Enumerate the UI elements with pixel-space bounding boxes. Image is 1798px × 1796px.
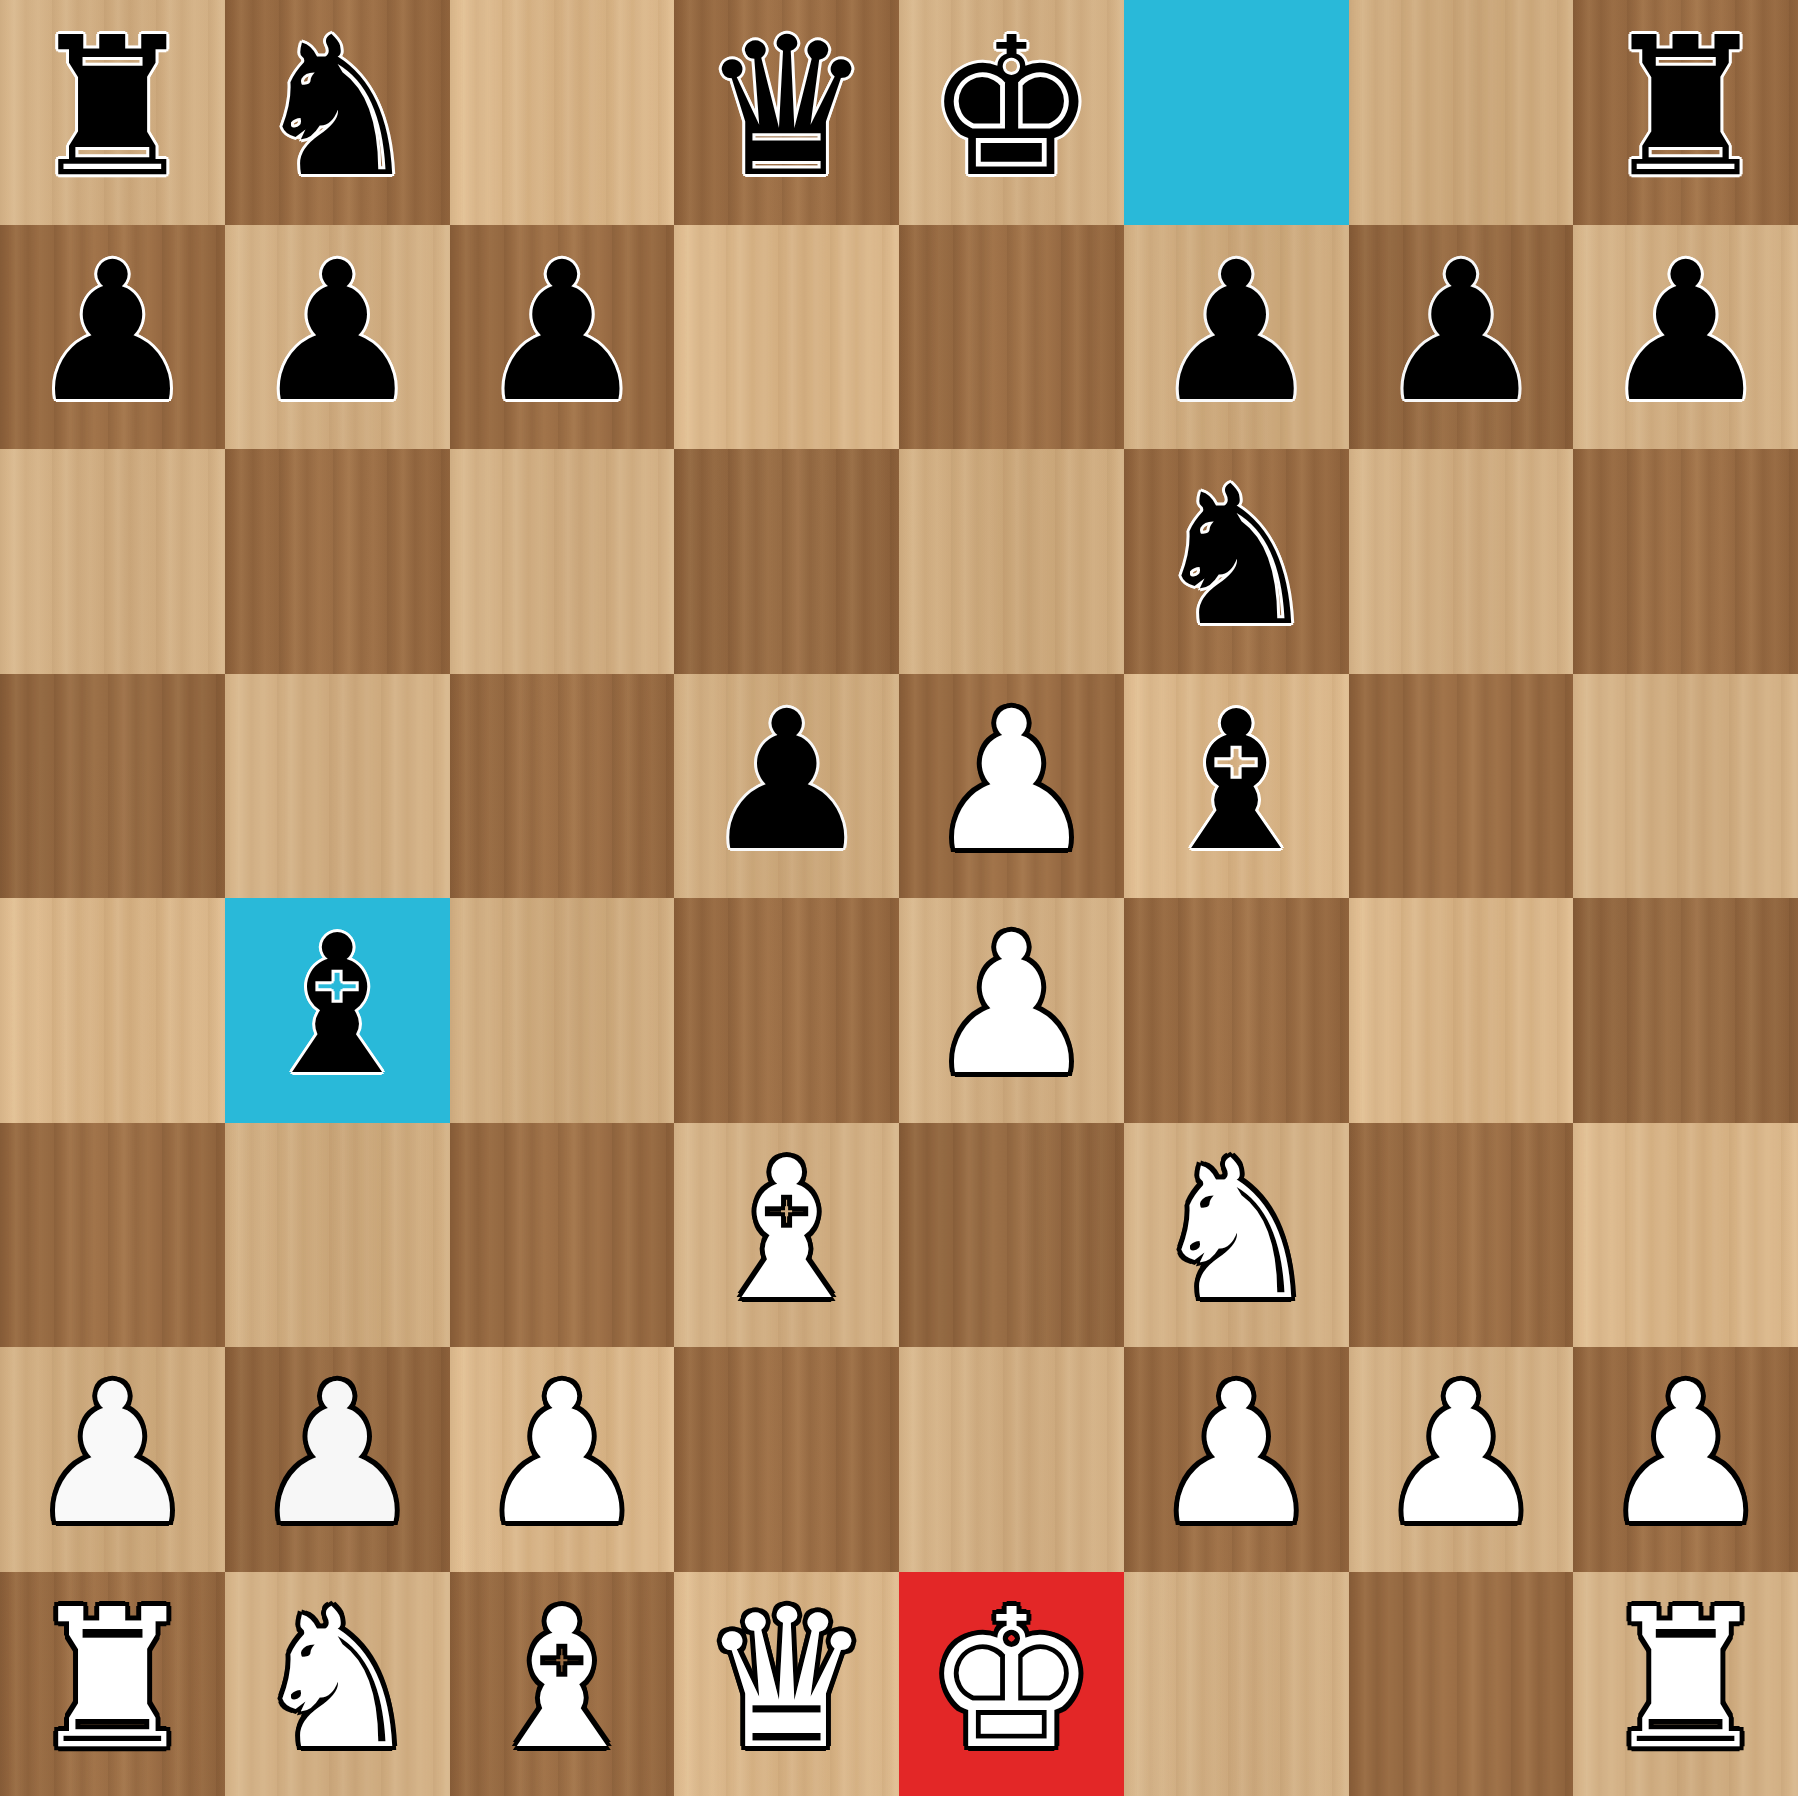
square-e4[interactable]: ♟ [899, 898, 1124, 1123]
square-b6[interactable] [225, 449, 450, 674]
black-pawn[interactable]: ♟ [26, 237, 198, 429]
square-f1[interactable] [1124, 1572, 1349, 1796]
square-h1[interactable]: ♜ [1573, 1572, 1798, 1796]
square-g4[interactable] [1349, 898, 1574, 1123]
square-c1[interactable]: ♝ [450, 1572, 675, 1796]
square-d8[interactable]: ♛ [674, 0, 899, 225]
square-e8[interactable]: ♚ [899, 0, 1124, 225]
square-g6[interactable] [1349, 449, 1574, 674]
square-g8[interactable] [1349, 0, 1574, 225]
black-king[interactable]: ♚ [925, 12, 1097, 204]
square-f4[interactable] [1124, 898, 1349, 1123]
black-rook[interactable]: ♜ [1600, 12, 1772, 204]
square-f2[interactable]: ♟ [1124, 1347, 1349, 1572]
square-c3[interactable] [450, 1123, 675, 1348]
square-h2[interactable]: ♟ [1573, 1347, 1798, 1572]
square-e5[interactable]: ♟ [899, 674, 1124, 899]
square-h8[interactable]: ♜ [1573, 0, 1798, 225]
square-h7[interactable]: ♟ [1573, 225, 1798, 450]
square-a6[interactable] [0, 449, 225, 674]
white-rook[interactable]: ♜ [1600, 1584, 1772, 1776]
square-g1[interactable] [1349, 1572, 1574, 1796]
square-c2[interactable]: ♟ [450, 1347, 675, 1572]
square-e6[interactable] [899, 449, 1124, 674]
square-e3[interactable] [899, 1123, 1124, 1348]
square-d2[interactable] [674, 1347, 899, 1572]
square-d6[interactable] [674, 449, 899, 674]
white-knight[interactable]: ♞ [1150, 1135, 1322, 1327]
square-f8[interactable] [1124, 0, 1349, 225]
square-g3[interactable] [1349, 1123, 1574, 1348]
square-e2[interactable] [899, 1347, 1124, 1572]
chess-board: ♜♞♛♚♜♟♟♟♟♟♟♞♟♟♝♝♟♝♞♟♟♟♟♟♟♜♞♝♛♚♜ [0, 0, 1798, 1796]
square-b5[interactable] [225, 674, 450, 899]
square-a8[interactable]: ♜ [0, 0, 225, 225]
square-c7[interactable]: ♟ [450, 225, 675, 450]
black-rook[interactable]: ♜ [26, 12, 198, 204]
white-pawn[interactable]: ♟ [251, 1359, 423, 1551]
square-h6[interactable] [1573, 449, 1798, 674]
square-e1[interactable]: ♚ [899, 1572, 1124, 1796]
white-pawn[interactable]: ♟ [1375, 1359, 1547, 1551]
white-bishop[interactable]: ♝ [701, 1135, 873, 1327]
square-a7[interactable]: ♟ [0, 225, 225, 450]
white-bishop[interactable]: ♝ [476, 1584, 648, 1776]
black-bishop[interactable]: ♝ [251, 910, 423, 1102]
square-a2[interactable]: ♟ [0, 1347, 225, 1572]
square-g7[interactable]: ♟ [1349, 225, 1574, 450]
square-d1[interactable]: ♛ [674, 1572, 899, 1796]
square-b1[interactable]: ♞ [225, 1572, 450, 1796]
square-f6[interactable]: ♞ [1124, 449, 1349, 674]
black-pawn[interactable]: ♟ [476, 237, 648, 429]
square-a3[interactable] [0, 1123, 225, 1348]
square-e7[interactable] [899, 225, 1124, 450]
square-b7[interactable]: ♟ [225, 225, 450, 450]
square-c5[interactable] [450, 674, 675, 899]
square-a4[interactable] [0, 898, 225, 1123]
black-pawn[interactable]: ♟ [251, 237, 423, 429]
white-pawn[interactable]: ♟ [1600, 1359, 1772, 1551]
white-rook[interactable]: ♜ [26, 1584, 198, 1776]
square-c8[interactable] [450, 0, 675, 225]
square-c6[interactable] [450, 449, 675, 674]
square-b8[interactable]: ♞ [225, 0, 450, 225]
black-queen[interactable]: ♛ [701, 12, 873, 204]
square-g5[interactable] [1349, 674, 1574, 899]
square-f7[interactable]: ♟ [1124, 225, 1349, 450]
white-king[interactable]: ♚ [925, 1584, 1097, 1776]
square-g2[interactable]: ♟ [1349, 1347, 1574, 1572]
black-pawn[interactable]: ♟ [1375, 237, 1547, 429]
black-pawn[interactable]: ♟ [1150, 237, 1322, 429]
white-pawn[interactable]: ♟ [26, 1359, 198, 1551]
square-a1[interactable]: ♜ [0, 1572, 225, 1796]
square-c4[interactable] [450, 898, 675, 1123]
square-a5[interactable] [0, 674, 225, 899]
black-pawn[interactable]: ♟ [1600, 237, 1772, 429]
square-f3[interactable]: ♞ [1124, 1123, 1349, 1348]
square-h5[interactable] [1573, 674, 1798, 899]
black-knight[interactable]: ♞ [1150, 461, 1322, 653]
white-queen[interactable]: ♛ [701, 1584, 873, 1776]
square-b4[interactable]: ♝ [225, 898, 450, 1123]
square-d7[interactable] [674, 225, 899, 450]
black-bishop[interactable]: ♝ [1150, 686, 1322, 878]
square-d3[interactable]: ♝ [674, 1123, 899, 1348]
square-d5[interactable]: ♟ [674, 674, 899, 899]
square-b3[interactable] [225, 1123, 450, 1348]
black-knight[interactable]: ♞ [251, 12, 423, 204]
square-h4[interactable] [1573, 898, 1798, 1123]
white-pawn[interactable]: ♟ [925, 686, 1097, 878]
white-pawn[interactable]: ♟ [925, 910, 1097, 1102]
white-pawn[interactable]: ♟ [1150, 1359, 1322, 1551]
square-b2[interactable]: ♟ [225, 1347, 450, 1572]
square-f5[interactable]: ♝ [1124, 674, 1349, 899]
black-pawn[interactable]: ♟ [701, 686, 873, 878]
white-pawn[interactable]: ♟ [476, 1359, 648, 1551]
white-knight[interactable]: ♞ [251, 1584, 423, 1776]
square-d4[interactable] [674, 898, 899, 1123]
square-h3[interactable] [1573, 1123, 1798, 1348]
